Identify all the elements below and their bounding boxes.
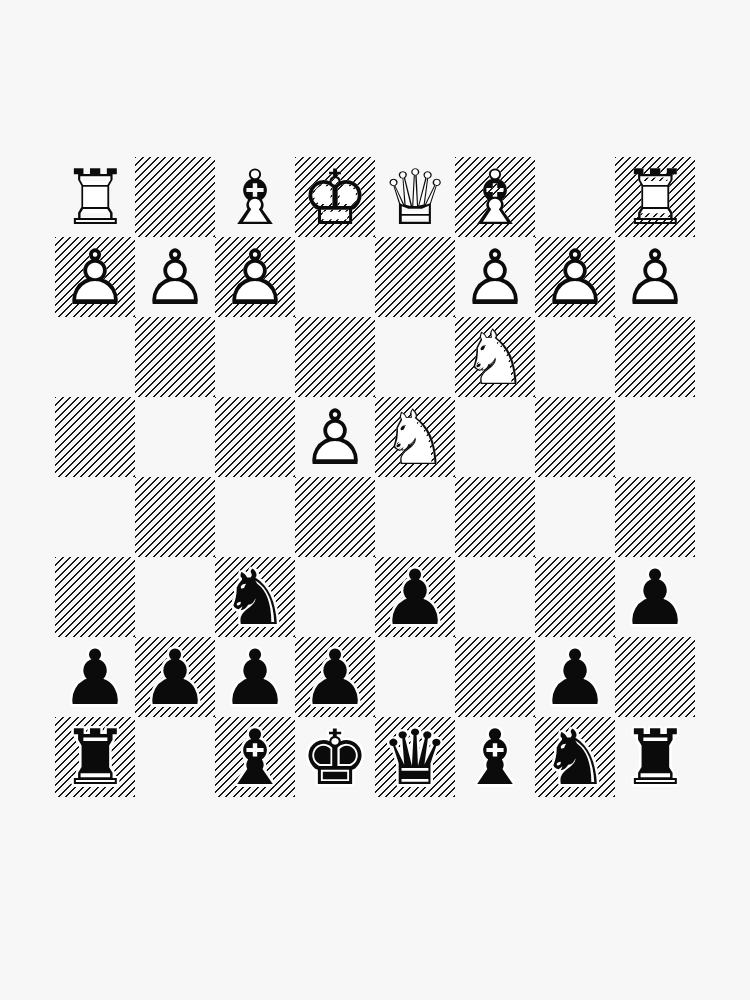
square-h1: ♜♖	[55, 157, 135, 237]
white-queen-d1-icon: ♛♕	[375, 157, 455, 237]
piece-glyph: ♗	[215, 157, 295, 237]
square-c7	[455, 637, 535, 717]
piece-glyph: ♔	[295, 157, 375, 237]
square-f4	[215, 397, 295, 477]
black-bishop-f8-icon: ♝♝	[215, 717, 295, 797]
square-g6	[135, 557, 215, 637]
square-b5	[535, 477, 615, 557]
square-c3: ♞♘	[455, 317, 535, 397]
piece-glyph: ♙	[55, 237, 135, 317]
square-a4	[615, 397, 695, 477]
white-bishop-c1-icon: ♝♗	[455, 157, 535, 237]
piece-glyph: ♜	[615, 717, 695, 797]
white-pawn-g2-icon: ♟♙	[135, 237, 215, 317]
square-c8: ♝♝	[455, 717, 535, 797]
black-pawn-e7-icon: ♟♟	[295, 637, 375, 717]
square-c6	[455, 557, 535, 637]
piece-glyph: ♛	[375, 717, 455, 797]
square-d3	[375, 317, 455, 397]
piece-glyph: ♞	[215, 557, 295, 637]
square-a6: ♟♟	[615, 557, 695, 637]
square-a8: ♜♜	[615, 717, 695, 797]
black-pawn-h7-icon: ♟♟	[55, 637, 135, 717]
square-g5	[135, 477, 215, 557]
white-pawn-a2-icon: ♟♙	[615, 237, 695, 317]
white-pawn-b2-icon: ♟♙	[535, 237, 615, 317]
square-e1: ♚♔	[295, 157, 375, 237]
square-e5	[295, 477, 375, 557]
square-f3	[215, 317, 295, 397]
square-h3	[55, 317, 135, 397]
white-rook-h1-icon: ♜♖	[55, 157, 135, 237]
square-f6: ♞♞	[215, 557, 295, 637]
square-f7: ♟♟	[215, 637, 295, 717]
white-knight-d4-icon: ♞♘	[375, 397, 455, 477]
square-b6	[535, 557, 615, 637]
square-h5	[55, 477, 135, 557]
black-pawn-f7-icon: ♟♟	[215, 637, 295, 717]
square-b3	[535, 317, 615, 397]
square-h6	[55, 557, 135, 637]
piece-glyph: ♟	[375, 557, 455, 637]
piece-glyph: ♙	[295, 397, 375, 477]
piece-glyph: ♗	[455, 157, 535, 237]
square-e7: ♟♟	[295, 637, 375, 717]
white-pawn-e4-icon: ♟♙	[295, 397, 375, 477]
piece-glyph: ♜	[55, 717, 135, 797]
square-g2: ♟♙	[135, 237, 215, 317]
piece-glyph: ♘	[375, 397, 455, 477]
piece-glyph: ♕	[375, 157, 455, 237]
square-f2: ♟♙	[215, 237, 295, 317]
piece-glyph: ♚	[295, 717, 375, 797]
square-e4: ♟♙	[295, 397, 375, 477]
white-rook-a1-icon: ♜♖	[615, 157, 695, 237]
white-bishop-f1-icon: ♝♗	[215, 157, 295, 237]
square-f5	[215, 477, 295, 557]
square-h2: ♟♙	[55, 237, 135, 317]
square-d5	[375, 477, 455, 557]
square-f8: ♝♝	[215, 717, 295, 797]
black-knight-f6-icon: ♞♞	[215, 557, 295, 637]
square-g1	[135, 157, 215, 237]
square-d7	[375, 637, 455, 717]
square-d6: ♟♟	[375, 557, 455, 637]
black-queen-d8-icon: ♛♛	[375, 717, 455, 797]
chessboard: ♜♖♝♗♚♔♛♕♝♗♜♖♟♙♟♙♟♙♟♙♟♙♟♙♞♘♟♙♞♘♞♞♟♟♟♟♟♟♟♟…	[55, 157, 695, 797]
square-g4	[135, 397, 215, 477]
black-pawn-g7-icon: ♟♟	[135, 637, 215, 717]
square-h7: ♟♟	[55, 637, 135, 717]
square-e6	[295, 557, 375, 637]
piece-glyph: ♙	[535, 237, 615, 317]
piece-glyph: ♙	[455, 237, 535, 317]
piece-glyph: ♟	[55, 637, 135, 717]
square-c4	[455, 397, 535, 477]
square-a3	[615, 317, 695, 397]
piece-glyph: ♙	[215, 237, 295, 317]
black-king-e8-icon: ♚♚	[295, 717, 375, 797]
white-knight-c3-icon: ♞♘	[455, 317, 535, 397]
square-b1	[535, 157, 615, 237]
square-h8: ♜♜	[55, 717, 135, 797]
square-h4	[55, 397, 135, 477]
square-d4: ♞♘	[375, 397, 455, 477]
piece-glyph: ♟	[135, 637, 215, 717]
square-a2: ♟♙	[615, 237, 695, 317]
square-b8: ♞♞	[535, 717, 615, 797]
piece-glyph: ♟	[215, 637, 295, 717]
piece-glyph: ♖	[55, 157, 135, 237]
piece-glyph: ♘	[455, 317, 535, 397]
white-king-e1-icon: ♚♔	[295, 157, 375, 237]
black-pawn-b7-icon: ♟♟	[535, 637, 615, 717]
square-e3	[295, 317, 375, 397]
piece-glyph: ♞	[535, 717, 615, 797]
square-e8: ♚♚	[295, 717, 375, 797]
piece-glyph: ♟	[295, 637, 375, 717]
piece-glyph: ♙	[135, 237, 215, 317]
piece-glyph: ♟	[615, 557, 695, 637]
white-pawn-f2-icon: ♟♙	[215, 237, 295, 317]
square-b4	[535, 397, 615, 477]
black-pawn-d6-icon: ♟♟	[375, 557, 455, 637]
black-knight-b8-icon: ♞♞	[535, 717, 615, 797]
square-g3	[135, 317, 215, 397]
square-d8: ♛♛	[375, 717, 455, 797]
square-f1: ♝♗	[215, 157, 295, 237]
square-a7	[615, 637, 695, 717]
piece-glyph: ♖	[615, 157, 695, 237]
square-a1: ♜♖	[615, 157, 695, 237]
square-b2: ♟♙	[535, 237, 615, 317]
square-b7: ♟♟	[535, 637, 615, 717]
square-g8	[135, 717, 215, 797]
black-bishop-c8-icon: ♝♝	[455, 717, 535, 797]
piece-glyph: ♙	[615, 237, 695, 317]
square-d2	[375, 237, 455, 317]
square-c2: ♟♙	[455, 237, 535, 317]
white-pawn-c2-icon: ♟♙	[455, 237, 535, 317]
black-pawn-a6-icon: ♟♟	[615, 557, 695, 637]
square-a5	[615, 477, 695, 557]
square-g7: ♟♟	[135, 637, 215, 717]
square-c5	[455, 477, 535, 557]
square-e2	[295, 237, 375, 317]
black-rook-h8-icon: ♜♜	[55, 717, 135, 797]
piece-glyph: ♝	[215, 717, 295, 797]
piece-glyph: ♟	[535, 637, 615, 717]
square-c1: ♝♗	[455, 157, 535, 237]
square-d1: ♛♕	[375, 157, 455, 237]
piece-glyph: ♝	[455, 717, 535, 797]
white-pawn-h2-icon: ♟♙	[55, 237, 135, 317]
black-rook-a8-icon: ♜♜	[615, 717, 695, 797]
